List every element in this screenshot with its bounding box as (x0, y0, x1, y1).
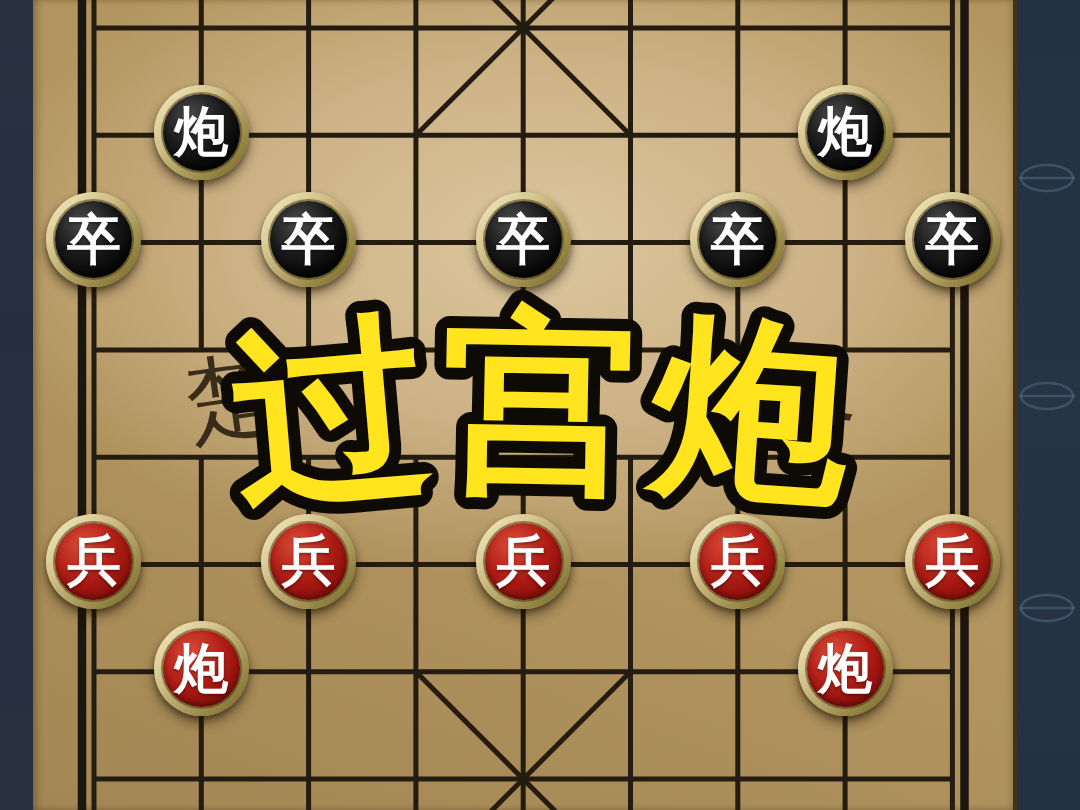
piece-face: 卒 (55, 201, 132, 278)
right-filler-strip (1013, 0, 1080, 810)
swirl-icon (1019, 595, 1075, 621)
piece-red-cannon-h7[interactable]: 炮 (798, 621, 893, 716)
piece-face: 卒 (270, 201, 347, 278)
piece-face: 炮 (807, 94, 884, 171)
piece-red-pawn-a6[interactable]: 兵 (46, 514, 141, 609)
piece-black-pawn-i3[interactable]: 卒 (905, 192, 1000, 287)
piece-glyph: 兵 (282, 533, 336, 587)
video-frame: 楚 界 炮炮卒卒卒卒卒兵兵兵兵兵炮炮 过宫炮 (0, 0, 1080, 810)
piece-face: 卒 (914, 201, 991, 278)
piece-glyph: 兵 (711, 533, 765, 587)
piece-glyph: 炮 (818, 104, 872, 158)
piece-black-pawn-a3[interactable]: 卒 (46, 192, 141, 287)
piece-face: 兵 (270, 523, 347, 600)
piece-red-pawn-i6[interactable]: 兵 (905, 514, 1000, 609)
swirl-icon (1019, 165, 1075, 191)
piece-glyph: 炮 (174, 104, 228, 158)
piece-red-pawn-c6[interactable]: 兵 (261, 514, 356, 609)
piece-face: 卒 (485, 201, 562, 278)
swirl-decoration (1017, 0, 1080, 810)
piece-glyph: 卒 (711, 212, 765, 266)
piece-glyph: 卒 (67, 212, 121, 266)
piece-face: 炮 (163, 630, 240, 707)
piece-black-cannon-b2[interactable]: 炮 (154, 85, 249, 180)
piece-glyph: 卒 (925, 212, 979, 266)
swirl-icon (1019, 383, 1075, 409)
piece-face: 兵 (55, 523, 132, 600)
piece-glyph: 兵 (496, 533, 550, 587)
piece-face: 炮 (163, 94, 240, 171)
piece-face: 炮 (807, 630, 884, 707)
piece-red-cannon-b7[interactable]: 炮 (154, 621, 249, 716)
piece-black-pawn-g3[interactable]: 卒 (690, 192, 785, 287)
piece-red-pawn-g6[interactable]: 兵 (690, 514, 785, 609)
piece-face: 兵 (699, 523, 776, 600)
piece-black-cannon-h2[interactable]: 炮 (798, 85, 893, 180)
piece-glyph: 卒 (282, 212, 336, 266)
left-filler-strip (0, 0, 33, 810)
piece-glyph: 卒 (496, 212, 550, 266)
piece-face: 兵 (914, 523, 991, 600)
pieces-layer: 炮炮卒卒卒卒卒兵兵兵兵兵炮炮 (40, 0, 1006, 810)
piece-face: 兵 (485, 523, 562, 600)
piece-black-pawn-c3[interactable]: 卒 (261, 192, 356, 287)
piece-red-pawn-e6[interactable]: 兵 (476, 514, 571, 609)
piece-glyph: 兵 (67, 533, 121, 587)
piece-glyph: 炮 (818, 641, 872, 695)
piece-face: 卒 (699, 201, 776, 278)
piece-black-pawn-e3[interactable]: 卒 (476, 192, 571, 287)
piece-glyph: 炮 (174, 641, 228, 695)
piece-glyph: 兵 (925, 533, 979, 587)
